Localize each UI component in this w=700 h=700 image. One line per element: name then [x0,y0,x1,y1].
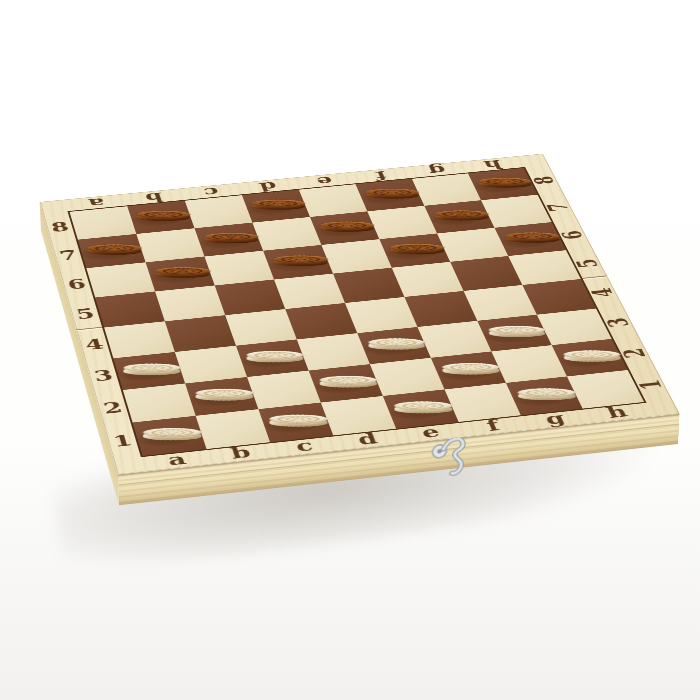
piece-light-a3 [148,370,150,371]
piece-side [443,330,500,364]
rank-label-left-5: 5 [71,306,99,321]
piece-side [142,394,201,429]
rank-label-left-2: 2 [98,400,128,416]
piece-dark-g7 [458,216,460,217]
piece-light-h2 [588,357,590,358]
square-d2 [309,364,383,402]
piece-light-e1 [419,408,421,409]
piece-light-e3 [393,345,395,346]
piece-top-rings [366,144,419,175]
dark-checker-man [479,134,531,177]
piece-light-c1 [294,422,296,423]
square-e1 [383,389,459,428]
square-c1 [258,403,333,443]
piece-side [320,342,377,376]
piece-side [490,293,546,326]
piece-side [565,317,622,350]
fold-seam-left [76,327,102,332]
square-d1 [321,396,396,435]
light-checker-man [123,317,180,364]
piece-top-rings [86,199,140,231]
piece-side [366,157,419,188]
square-b1 [196,409,270,449]
piece-top-rings [269,367,327,401]
piece-dark-d6 [297,262,299,263]
square-d4 [285,303,357,339]
piece-top-rings [123,317,180,351]
piece-top-rings [479,134,531,165]
light-checker-man [369,292,425,338]
piece-contact-shadow [261,411,328,435]
piece-side [269,381,327,415]
piece-light-b2 [220,396,222,397]
piece-top-rings [369,292,425,325]
piece-top-rings [506,188,560,220]
piece-side [246,318,303,351]
light-checker-man [443,316,500,363]
piece-side [369,305,425,338]
piece-top-rings [252,155,305,186]
piece-dark-e7 [343,227,345,228]
file-label-near-c: c [289,437,320,454]
square-c3 [236,339,309,377]
square-b3 [175,346,247,384]
square-a1 [133,416,207,456]
square-g3 [477,315,551,352]
square-e3 [357,327,431,364]
file-label-near-b: b [225,444,256,461]
square-e2 [370,358,445,396]
light-checker-man [490,280,546,326]
piece-contact-shadow [556,347,623,370]
piece-top-rings [519,341,577,375]
piece-side [519,355,577,389]
square-c4 [225,309,297,346]
light-checker-man [246,304,303,351]
piece-dark-f8 [389,194,391,195]
file-label-near-f: f [477,417,509,434]
dark-checker-man [252,155,305,199]
square-b2 [185,377,258,416]
light-checker-man [565,304,622,351]
product-photo: aa88bb77cc66dd55ee44ff33gg22hh11 [0,0,700,700]
piece-dark-d8 [275,206,277,207]
piece-top-rings [142,381,201,416]
piece-dark-f6 [413,250,415,251]
light-checker-man [519,341,577,388]
square-g1 [506,376,583,415]
piece-side [195,355,253,389]
piece-contact-shadow [116,360,181,383]
piece-dark-h8 [501,183,503,184]
piece-side [395,368,453,402]
square-f2 [431,351,506,389]
piece-dark-c7 [228,239,230,240]
piece-side [506,200,560,232]
dark-checker-man [136,166,189,210]
piece-contact-shadow [386,398,453,422]
piece-contact-shadow [434,360,501,383]
dark-checker-man [506,188,560,232]
piece-side [479,146,531,177]
piece-side [136,179,189,211]
light-checker-man [269,367,327,415]
light-checker-man [195,342,253,389]
square-f3 [417,321,491,358]
piece-top-rings [395,354,453,388]
piece-light-c3 [271,357,273,358]
piece-dark-b6 [179,273,181,274]
square-b4 [165,315,236,352]
square-h2 [552,339,628,377]
piece-contact-shadow [239,348,304,371]
piece-side [252,168,305,199]
file-label-near-d: d [352,431,383,448]
piece-light-g3 [513,332,515,333]
clasp-hook-icon [430,433,476,481]
square-d3 [297,333,370,370]
square-a2 [123,383,196,422]
light-checker-man [395,354,453,402]
piece-contact-shadow [135,425,202,449]
piece-contact-shadow [510,385,578,408]
piece-contact-shadow [361,335,427,358]
piece-dark-b8 [160,217,162,218]
piece-top-rings [136,166,189,198]
piece-dark-h6 [529,238,531,239]
piece-contact-shadow [188,386,254,410]
light-checker-man [320,329,377,376]
piece-light-f2 [467,370,469,371]
square-c2 [247,371,321,410]
square-a3 [113,352,185,390]
piece-top-rings [565,304,622,337]
rank-label-left-4: 4 [80,337,109,353]
piece-top-rings [195,342,253,376]
file-label-near-h: h [601,404,633,420]
piece-light-d2 [344,383,346,384]
piece-light-g1 [543,395,545,396]
file-label-near-g: g [539,411,571,428]
square-g2 [491,345,567,383]
square-f1 [445,383,521,422]
piece-top-rings [320,329,377,363]
square-h3 [537,309,612,346]
piece-top-rings [443,316,500,350]
piece-top-rings [246,304,303,337]
light-checker-man [142,381,201,429]
piece-contact-shadow [312,373,378,396]
piece-light-a1 [168,435,170,436]
square-a4 [104,321,175,358]
piece-dark-a7 [110,250,112,251]
file-label-near-a: a [162,451,193,468]
rank-label-left-1: 1 [108,433,138,450]
rank-label-left-3: 3 [89,368,118,384]
square-h1 [567,370,644,409]
piece-top-rings [490,280,546,313]
piece-side [123,330,180,364]
dark-checker-man [366,144,419,187]
board-3d: aa88bb77cc66dd55ee44ff33gg22hh11 [40,154,680,475]
